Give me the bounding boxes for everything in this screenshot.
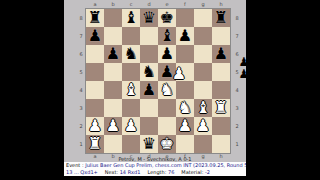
square-h7 bbox=[212, 27, 230, 45]
piece-white-pawn-g2: ♟ bbox=[194, 117, 212, 135]
file-label-b: b bbox=[104, 1, 122, 7]
square-d6 bbox=[140, 45, 158, 63]
piece-black-pawn-d4: ♟ bbox=[140, 81, 158, 99]
square-d4: ♟ bbox=[140, 81, 158, 99]
square-c6: ♞ bbox=[122, 45, 140, 63]
piece-white-rook-a1: ♜ bbox=[86, 135, 104, 153]
next-move: 14 Rxd1 bbox=[120, 169, 141, 175]
square-g3: ♝ bbox=[194, 99, 212, 117]
piece-black-pawn-f7: ♟ bbox=[176, 27, 194, 45]
piece-black-bishop-c8: ♝ bbox=[122, 9, 140, 27]
square-f6 bbox=[176, 45, 194, 63]
square-g8 bbox=[194, 9, 212, 27]
rank-label-2: 2 bbox=[77, 117, 85, 135]
rank-label-8: 8 bbox=[77, 9, 85, 27]
square-d7 bbox=[140, 27, 158, 45]
square-g6 bbox=[194, 45, 212, 63]
piece-black-pawn-a7: ♟ bbox=[86, 27, 104, 45]
square-h8: ♜ bbox=[212, 9, 230, 27]
rank-labels-left: 87654321 bbox=[77, 9, 85, 153]
rank-label-3: 3 bbox=[77, 99, 85, 117]
rank-label-8: 8 bbox=[233, 9, 241, 27]
current-move: 13 ... Qxd1+ bbox=[66, 169, 98, 175]
captured-pieces-tray: ♟♟ bbox=[237, 56, 251, 80]
square-c4: ♝ bbox=[122, 81, 140, 99]
square-d5: ♞ bbox=[140, 63, 158, 81]
square-e2 bbox=[158, 117, 176, 135]
square-h1 bbox=[212, 135, 230, 153]
square-d8: ♛ bbox=[140, 9, 158, 27]
length-value: 76 bbox=[168, 169, 174, 175]
square-g1 bbox=[194, 135, 212, 153]
letterbox-left bbox=[0, 0, 64, 180]
square-h5 bbox=[212, 63, 230, 81]
piece-black-bishop-e7: ♝ bbox=[158, 27, 176, 45]
square-g4 bbox=[194, 81, 212, 99]
file-labels-top: abcdefgh bbox=[86, 1, 230, 7]
square-a8: ♜ bbox=[86, 9, 104, 27]
video-frame: abcdefgh 87654321 87654321 ♜♝♛♚♜♟♝♟♟♞♟♟♞… bbox=[0, 0, 320, 180]
rank-label-7: 7 bbox=[77, 27, 85, 45]
square-a7: ♟ bbox=[86, 27, 104, 45]
square-b4 bbox=[104, 81, 122, 99]
square-e6: ♟ bbox=[158, 45, 176, 63]
move-status-line: 13 ... Qxd1+Next: 14 Rxd1Length: 76Mater… bbox=[64, 169, 246, 176]
piece-white-pawn-b2: ♟ bbox=[104, 117, 122, 135]
piece-white-bishop-c4: ♝ bbox=[122, 81, 140, 99]
piece-black-queen-d8: ♛ bbox=[140, 9, 158, 27]
square-c5 bbox=[122, 63, 140, 81]
material-value: -2 bbox=[205, 169, 210, 175]
square-c8: ♝ bbox=[122, 9, 140, 27]
square-c7 bbox=[122, 27, 140, 45]
square-g7 bbox=[194, 27, 212, 45]
rank-label-1: 1 bbox=[77, 135, 85, 153]
piece-black-knight-c6: ♞ bbox=[122, 45, 140, 63]
rank-label-4: 4 bbox=[77, 81, 85, 99]
square-f5: ♟ bbox=[176, 63, 194, 81]
rank-label-7: 7 bbox=[233, 27, 241, 45]
square-b5 bbox=[104, 63, 122, 81]
rank-label-3: 3 bbox=[233, 99, 241, 117]
square-c3 bbox=[122, 99, 140, 117]
file-label-f: f bbox=[176, 1, 194, 7]
square-b2: ♟ bbox=[104, 117, 122, 135]
square-b8 bbox=[104, 9, 122, 27]
file-label-d: d bbox=[140, 1, 158, 7]
square-h4 bbox=[212, 81, 230, 99]
piece-white-king-e1: ♚ bbox=[158, 135, 176, 153]
piece-white-pawn-a2: ♟ bbox=[86, 117, 104, 135]
square-b7 bbox=[104, 27, 122, 45]
square-h3: ♜ bbox=[212, 99, 230, 117]
piece-black-king-e8: ♚ bbox=[158, 9, 176, 27]
file-label-e: e bbox=[158, 1, 176, 7]
square-a2: ♟ bbox=[86, 117, 104, 135]
square-h2 bbox=[212, 117, 230, 135]
chess-board: ♜♝♛♚♜♟♝♟♟♞♟♟♞♟♟♝♟♞♞♝♜♟♟♟♟♟♜♛♚ bbox=[86, 9, 230, 153]
square-f2: ♟ bbox=[176, 117, 194, 135]
rank-label-2: 2 bbox=[233, 117, 241, 135]
square-a1: ♜ bbox=[86, 135, 104, 153]
square-f7: ♟ bbox=[176, 27, 194, 45]
rank-label-4: 4 bbox=[233, 81, 241, 99]
file-label-h: h bbox=[212, 1, 230, 7]
square-d1: ♛ bbox=[140, 135, 158, 153]
file-label-c: c bbox=[122, 1, 140, 7]
piece-black-rook-h8: ♜ bbox=[212, 9, 230, 27]
square-e1: ♚ bbox=[158, 135, 176, 153]
square-g2: ♟ bbox=[194, 117, 212, 135]
material-label: Material: bbox=[181, 169, 203, 175]
square-h6: ♟ bbox=[212, 45, 230, 63]
rank-labels-right: 87654321 bbox=[233, 9, 241, 153]
square-a3 bbox=[86, 99, 104, 117]
piece-black-knight-d5: ♞ bbox=[140, 63, 158, 81]
square-f1 bbox=[176, 135, 194, 153]
square-e7: ♝ bbox=[158, 27, 176, 45]
rank-label-1: 1 bbox=[233, 135, 241, 153]
event-value: Julius Baer Gen Cup Prelim, chess.com IN… bbox=[85, 162, 246, 168]
square-c2: ♟ bbox=[122, 117, 140, 135]
letterbox-right bbox=[246, 0, 320, 180]
square-d3 bbox=[140, 99, 158, 117]
piece-white-knight-e4: ♞ bbox=[158, 81, 176, 99]
event-line: Event : Julius Baer Gen Cup Prelim, ches… bbox=[64, 162, 246, 169]
square-e3 bbox=[158, 99, 176, 117]
square-b6: ♟ bbox=[104, 45, 122, 63]
piece-black-pawn-e6: ♟ bbox=[158, 45, 176, 63]
square-d2 bbox=[140, 117, 158, 135]
square-a5 bbox=[86, 63, 104, 81]
length-label: Length: bbox=[147, 169, 166, 175]
game-info-box: Event : Julius Baer Gen Cup Prelim, ches… bbox=[64, 162, 246, 176]
square-c1 bbox=[122, 135, 140, 153]
square-b3 bbox=[104, 99, 122, 117]
event-label: Event : bbox=[66, 162, 84, 168]
square-f4 bbox=[176, 81, 194, 99]
square-a4 bbox=[86, 81, 104, 99]
square-g5 bbox=[194, 63, 212, 81]
square-f3: ♞ bbox=[176, 99, 194, 117]
square-e8: ♚ bbox=[158, 9, 176, 27]
piece-black-rook-a8: ♜ bbox=[86, 9, 104, 27]
square-b1 bbox=[104, 135, 122, 153]
next-label: Next: bbox=[105, 169, 118, 175]
square-a6 bbox=[86, 45, 104, 63]
rank-label-6: 6 bbox=[77, 45, 85, 63]
square-e4: ♞ bbox=[158, 81, 176, 99]
piece-white-bishop-g3: ♝ bbox=[194, 99, 212, 117]
rank-label-5: 5 bbox=[77, 63, 85, 81]
piece-white-pawn-c2: ♟ bbox=[122, 117, 140, 135]
file-label-g: g bbox=[194, 1, 212, 7]
captured-black-pawn-icon: ♟ bbox=[237, 68, 251, 80]
piece-white-rook-h3: ♜ bbox=[212, 99, 230, 117]
piece-black-pawn-h6: ♟ bbox=[212, 45, 230, 63]
piece-white-pawn-f2: ♟ bbox=[176, 117, 194, 135]
file-label-a: a bbox=[86, 1, 104, 7]
piece-black-pawn-b6: ♟ bbox=[104, 45, 122, 63]
square-f8 bbox=[176, 9, 194, 27]
piece-black-queen-d1: ♛ bbox=[140, 135, 158, 153]
piece-white-knight-f3: ♞ bbox=[176, 99, 194, 117]
